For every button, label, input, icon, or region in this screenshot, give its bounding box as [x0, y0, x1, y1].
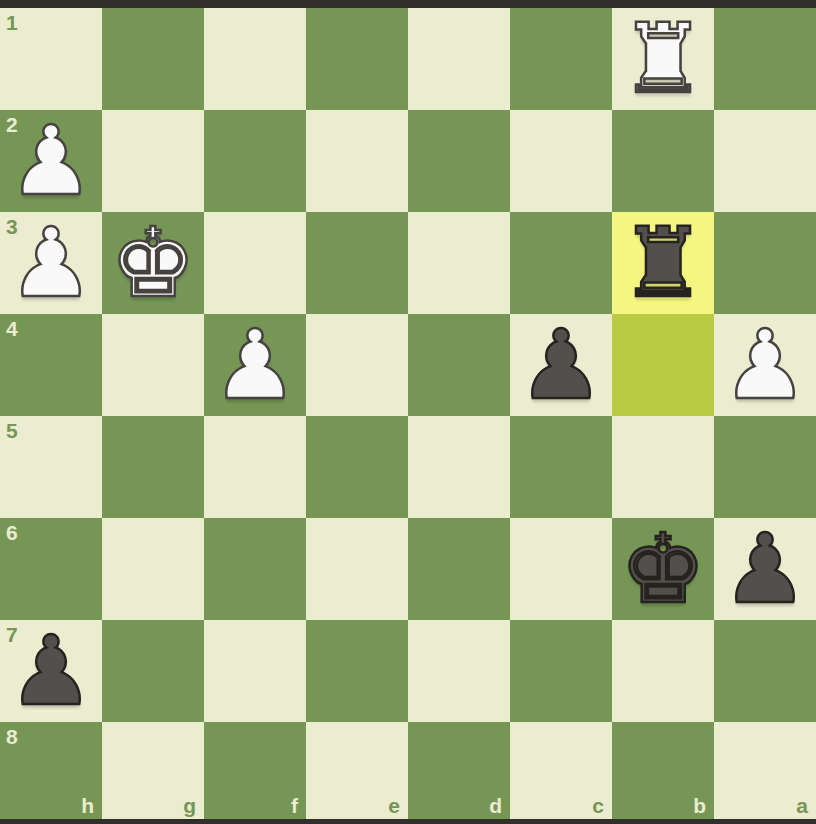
square-g1[interactable]: [102, 8, 204, 110]
file-label-e: e: [388, 795, 400, 816]
square-e8[interactable]: e: [306, 722, 408, 824]
square-g7[interactable]: [102, 620, 204, 722]
rank-label-6: 6: [6, 522, 18, 543]
square-c6[interactable]: [510, 518, 612, 620]
square-f6[interactable]: [204, 518, 306, 620]
square-d1[interactable]: [408, 8, 510, 110]
square-g3[interactable]: ♚: [102, 212, 204, 314]
piece-white-king-g3[interactable]: ♚: [102, 212, 204, 314]
piece-white-rook-b1[interactable]: ♜: [612, 8, 714, 110]
square-h6[interactable]: 6: [0, 518, 102, 620]
piece-black-pawn-a6[interactable]: ♟: [714, 518, 816, 620]
square-f4[interactable]: ♟: [204, 314, 306, 416]
square-e5[interactable]: [306, 416, 408, 518]
square-f5[interactable]: [204, 416, 306, 518]
file-label-c: c: [592, 795, 604, 816]
square-h1[interactable]: 1: [0, 8, 102, 110]
square-f2[interactable]: [204, 110, 306, 212]
square-a7[interactable]: [714, 620, 816, 722]
square-d3[interactable]: [408, 212, 510, 314]
rank-label-4: 4: [6, 318, 18, 339]
square-b6[interactable]: ♚: [612, 518, 714, 620]
square-e4[interactable]: [306, 314, 408, 416]
square-h2[interactable]: 2♟: [0, 110, 102, 212]
square-c2[interactable]: [510, 110, 612, 212]
square-c7[interactable]: [510, 620, 612, 722]
square-d2[interactable]: [408, 110, 510, 212]
square-b1[interactable]: ♜: [612, 8, 714, 110]
square-d8[interactable]: d: [408, 722, 510, 824]
rank-label-8: 8: [6, 726, 18, 747]
piece-black-king-b6[interactable]: ♚: [612, 518, 714, 620]
square-h8[interactable]: 8h: [0, 722, 102, 824]
square-b2[interactable]: [612, 110, 714, 212]
board-frame-top: [0, 0, 816, 8]
square-g8[interactable]: g: [102, 722, 204, 824]
square-d5[interactable]: [408, 416, 510, 518]
square-a3[interactable]: [714, 212, 816, 314]
piece-white-pawn-h2[interactable]: ♟: [0, 110, 102, 212]
square-e3[interactable]: [306, 212, 408, 314]
square-c1[interactable]: [510, 8, 612, 110]
piece-white-pawn-f4[interactable]: ♟: [204, 314, 306, 416]
square-a6[interactable]: ♟: [714, 518, 816, 620]
square-b3[interactable]: ♜: [612, 212, 714, 314]
square-g4[interactable]: [102, 314, 204, 416]
square-a8[interactable]: a: [714, 722, 816, 824]
square-e1[interactable]: [306, 8, 408, 110]
square-e7[interactable]: [306, 620, 408, 722]
square-h3[interactable]: 3♟: [0, 212, 102, 314]
file-label-b: b: [693, 795, 706, 816]
square-b8[interactable]: b: [612, 722, 714, 824]
file-label-h: h: [81, 795, 94, 816]
piece-white-pawn-a4[interactable]: ♟: [714, 314, 816, 416]
square-c8[interactable]: c: [510, 722, 612, 824]
square-f3[interactable]: [204, 212, 306, 314]
file-label-d: d: [489, 795, 502, 816]
square-c4[interactable]: ♟: [510, 314, 612, 416]
piece-black-pawn-c4[interactable]: ♟: [510, 314, 612, 416]
square-b7[interactable]: [612, 620, 714, 722]
square-d6[interactable]: [408, 518, 510, 620]
square-h7[interactable]: 7♟: [0, 620, 102, 722]
square-f1[interactable]: [204, 8, 306, 110]
square-a5[interactable]: [714, 416, 816, 518]
square-a2[interactable]: [714, 110, 816, 212]
square-d4[interactable]: [408, 314, 510, 416]
square-h5[interactable]: 5: [0, 416, 102, 518]
square-g6[interactable]: [102, 518, 204, 620]
square-g5[interactable]: [102, 416, 204, 518]
square-f7[interactable]: [204, 620, 306, 722]
square-b5[interactable]: [612, 416, 714, 518]
square-c5[interactable]: [510, 416, 612, 518]
square-a1[interactable]: [714, 8, 816, 110]
square-g2[interactable]: [102, 110, 204, 212]
square-d7[interactable]: [408, 620, 510, 722]
square-e6[interactable]: [306, 518, 408, 620]
chess-board: 1♜2♟3♟♚♜4♟♟♟56♚♟7♟8hgfedcba: [0, 8, 816, 824]
rank-label-1: 1: [6, 12, 18, 33]
square-b4[interactable]: [612, 314, 714, 416]
piece-black-pawn-h7[interactable]: ♟: [0, 620, 102, 722]
piece-black-rook-b3[interactable]: ♜: [612, 212, 714, 314]
square-h4[interactable]: 4: [0, 314, 102, 416]
file-label-a: a: [796, 795, 808, 816]
square-f8[interactable]: f: [204, 722, 306, 824]
piece-white-pawn-h3[interactable]: ♟: [0, 212, 102, 314]
rank-label-5: 5: [6, 420, 18, 441]
square-c3[interactable]: [510, 212, 612, 314]
file-label-f: f: [291, 795, 298, 816]
file-label-g: g: [183, 795, 196, 816]
square-e2[interactable]: [306, 110, 408, 212]
board-frame-bottom: [0, 819, 816, 824]
square-a4[interactable]: ♟: [714, 314, 816, 416]
